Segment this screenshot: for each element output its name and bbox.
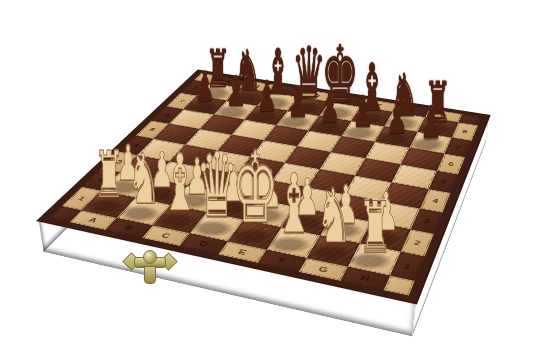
- coordinate-label: 1: [403, 262, 413, 270]
- coordinate-label: A: [87, 216, 100, 224]
- coordinate-label: 6: [447, 161, 455, 167]
- rook-glyph: ♜: [333, 192, 416, 263]
- coordinate-label: F: [277, 256, 288, 264]
- border-corner: [50, 206, 82, 222]
- pawn-glyph: ♟: [397, 101, 465, 146]
- coordinate-label: D: [198, 240, 211, 248]
- coordinate-label: E: [237, 248, 249, 256]
- coordinate-label: C: [160, 232, 173, 240]
- coordinate-label: B: [123, 224, 136, 232]
- coordinate-label: 5: [440, 179, 448, 185]
- rank-label-6-right: 6: [437, 154, 465, 175]
- coordinate-label: H: [359, 274, 371, 283]
- chess-set-photo: ABCDEFGH8877665544332211ABCDEFGH ♜♞♝♟♛♟♚…: [0, 0, 533, 355]
- clasp-hasp: [144, 266, 156, 284]
- coordinate-label: 5: [148, 127, 157, 132]
- coordinate-label: G: [317, 265, 330, 274]
- coordinate-label: 6: [163, 113, 172, 118]
- clasp-knob: [143, 250, 157, 264]
- coordinate-label: 4: [431, 197, 439, 204]
